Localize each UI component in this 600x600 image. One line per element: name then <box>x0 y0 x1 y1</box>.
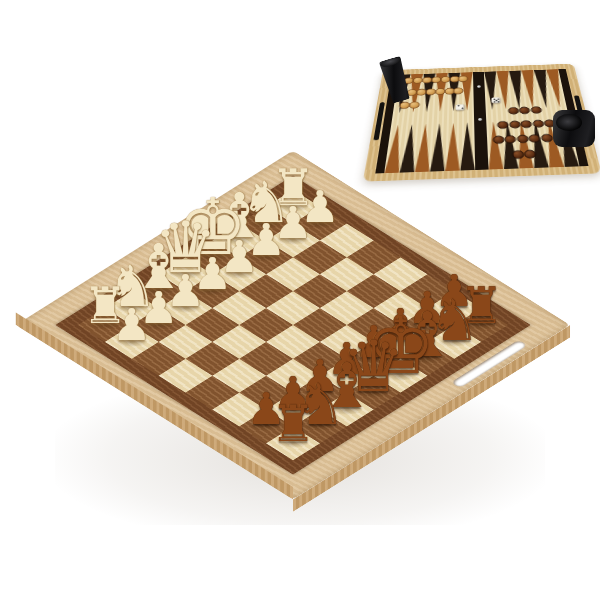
backgammon-point <box>414 124 432 173</box>
backgammon-checker-dark <box>492 135 504 144</box>
die-pip <box>497 98 499 99</box>
backgammon-point <box>496 71 512 110</box>
backgammon-checker-dark <box>508 107 520 115</box>
backgammon-checker-dark <box>521 120 533 128</box>
backgammon-point <box>399 124 418 173</box>
backgammon-checker-dark <box>516 135 529 144</box>
die <box>456 104 465 110</box>
backgammon-checker-dark <box>509 121 521 129</box>
die-pip <box>493 101 495 102</box>
backgammon-checker-dark <box>504 135 516 144</box>
product-photo-stage: ♜♞♝♛♚♝♞♜♟♟♟♟♟♟♟♟♟♟♟♟♟♟♟♟♜♞♝♛♚♝♞♜ <box>0 0 600 600</box>
backgammon-point <box>484 71 499 110</box>
backgammon-checker-dark <box>530 106 542 114</box>
backgammon-inset <box>360 28 600 176</box>
backgammon-checker-light <box>453 88 463 95</box>
die-pip <box>498 101 500 102</box>
die-pip <box>461 108 463 109</box>
backgammon-checker-dark <box>532 120 544 128</box>
die <box>492 97 501 103</box>
die-pip <box>457 105 459 106</box>
backgammon-point <box>445 123 460 171</box>
dice-cup-right <box>553 110 595 147</box>
backgammon-checker-dark <box>519 107 531 115</box>
backgammon-point <box>460 122 475 170</box>
backgammon-checker-light <box>409 101 420 109</box>
backgammon-point <box>430 123 447 172</box>
